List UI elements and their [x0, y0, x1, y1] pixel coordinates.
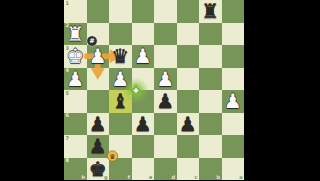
square-f6[interactable] — [109, 113, 132, 136]
square-g8[interactable]: g — [87, 158, 110, 181]
rank-label-6: 6 — [66, 113, 69, 118]
square-d5[interactable] — [154, 90, 177, 113]
square-h4[interactable]: 4 — [64, 68, 87, 91]
square-h5[interactable]: 5 — [64, 90, 87, 113]
square-a7[interactable] — [222, 135, 245, 158]
square-f3[interactable] — [109, 45, 132, 68]
file-label-e: e — [149, 175, 152, 180]
square-d3[interactable] — [154, 45, 177, 68]
square-c2[interactable] — [177, 23, 200, 46]
square-g2[interactable] — [87, 23, 110, 46]
square-g6[interactable] — [87, 113, 110, 136]
square-a3[interactable] — [222, 45, 245, 68]
square-g1[interactable] — [87, 0, 110, 23]
square-f2[interactable] — [109, 23, 132, 46]
square-c3[interactable] — [177, 45, 200, 68]
file-label-d: d — [171, 175, 175, 180]
square-d6[interactable] — [154, 113, 177, 136]
square-e3[interactable] — [132, 45, 155, 68]
square-a5[interactable] — [222, 90, 245, 113]
square-b2[interactable] — [199, 23, 222, 46]
square-c6[interactable] — [177, 113, 200, 136]
square-d8[interactable]: d — [154, 158, 177, 181]
square-c5[interactable] — [177, 90, 200, 113]
square-h3[interactable]: 3 — [64, 45, 87, 68]
square-b6[interactable] — [199, 113, 222, 136]
file-label-c: c — [195, 175, 198, 180]
rank-label-5: 5 — [66, 91, 69, 96]
square-d7[interactable] — [154, 135, 177, 158]
square-h2[interactable]: 2 — [64, 23, 87, 46]
square-b1[interactable] — [199, 0, 222, 23]
file-label-f: f — [128, 175, 130, 180]
rank-label-8: 8 — [66, 158, 69, 163]
square-c8[interactable]: c — [177, 158, 200, 181]
square-e4[interactable] — [132, 68, 155, 91]
square-e7[interactable] — [132, 135, 155, 158]
square-a4[interactable] — [222, 68, 245, 91]
square-c4[interactable] — [177, 68, 200, 91]
square-e8[interactable]: e — [132, 158, 155, 181]
square-g5[interactable] — [87, 90, 110, 113]
square-a1[interactable] — [222, 0, 245, 23]
chess-board[interactable]: 12345678hgfedcba — [64, 0, 244, 180]
square-a8[interactable]: a — [222, 158, 245, 181]
square-e2[interactable] — [132, 23, 155, 46]
rank-label-4: 4 — [66, 68, 69, 73]
file-label-g: g — [104, 175, 108, 180]
square-c1[interactable] — [177, 0, 200, 23]
square-g7[interactable] — [87, 135, 110, 158]
square-h1[interactable]: 1 — [64, 0, 87, 23]
square-c7[interactable] — [177, 135, 200, 158]
square-e6[interactable] — [132, 113, 155, 136]
square-d2[interactable] — [154, 23, 177, 46]
square-f1[interactable] — [109, 0, 132, 23]
square-b8[interactable]: b — [199, 158, 222, 181]
square-a2[interactable] — [222, 23, 245, 46]
square-b7[interactable] — [199, 135, 222, 158]
square-f5[interactable] — [109, 90, 132, 113]
file-label-a: a — [239, 175, 242, 180]
square-b3[interactable] — [199, 45, 222, 68]
square-f8[interactable]: f — [109, 158, 132, 181]
square-f4[interactable] — [109, 68, 132, 91]
file-label-b: b — [216, 175, 220, 180]
file-label-h: h — [81, 175, 85, 180]
chess-app-stage: 12345678hgfedcba ♜♜♚♟♛♟♟♟♟♝♟♟♟♟♟♟♚ #♛ — [0, 0, 320, 180]
square-d4[interactable] — [154, 68, 177, 91]
square-e5[interactable] — [132, 90, 155, 113]
square-a6[interactable] — [222, 113, 245, 136]
square-h8[interactable]: 8h — [64, 158, 87, 181]
square-g3[interactable] — [87, 45, 110, 68]
square-f7[interactable] — [109, 135, 132, 158]
square-b4[interactable] — [199, 68, 222, 91]
square-h7[interactable]: 7 — [64, 135, 87, 158]
square-g4[interactable] — [87, 68, 110, 91]
square-b5[interactable] — [199, 90, 222, 113]
square-e1[interactable] — [132, 0, 155, 23]
rank-label-7: 7 — [66, 136, 69, 141]
rank-label-3: 3 — [66, 46, 69, 51]
square-h6[interactable]: 6 — [64, 113, 87, 136]
square-d1[interactable] — [154, 0, 177, 23]
rank-label-1: 1 — [66, 1, 69, 6]
rank-label-2: 2 — [66, 23, 69, 28]
